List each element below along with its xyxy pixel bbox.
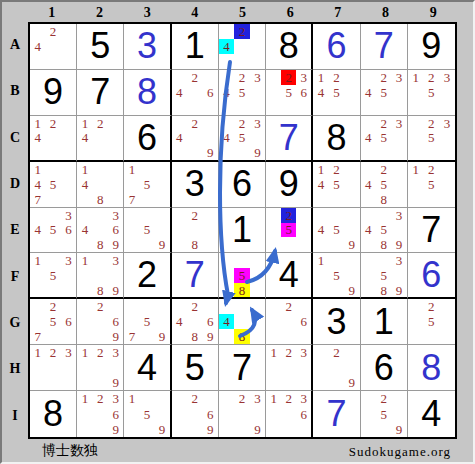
candidate-1: 1 [313,70,328,85]
candidate-2: 2 [424,116,440,131]
cell-G4[interactable]: 24689 [172,299,219,345]
pencil-marks: 235 [408,116,455,160]
pencil-marks: 123 [266,345,311,390]
cell-A3[interactable]: 3 [124,24,171,70]
candidate-2: 2 [187,70,202,85]
pencil-marks: 459 [313,208,359,253]
cell-A9[interactable]: 9 [408,24,455,70]
candidate-7: 7 [30,329,45,344]
cell-B4[interactable]: 246 [172,70,219,116]
given-digit: 6 [374,350,394,386]
pencil-marks: 34689 [77,208,123,253]
pencil-marks: 1245 [313,70,359,115]
cell-B6[interactable]: 2356 [266,70,313,116]
candidate-3: 3 [296,391,311,406]
candidate-4: 4 [361,177,376,192]
cell-E7[interactable]: 459 [313,208,360,254]
cell-D4[interactable]: 3 [172,162,219,208]
pencil-marks: 2356 [266,70,311,115]
candidate-2: 2 [281,391,296,406]
column-labels: 123456789 [28,3,457,23]
candidate-6: 6 [296,406,311,421]
pencil-marks: 24 [219,24,265,69]
candidate-7: 7 [30,192,45,207]
pencil-marks: 246 [172,70,218,115]
candidate-1: 1 [30,162,45,177]
pencil-marks: 1389 [77,253,123,297]
candidate-3: 3 [391,208,406,223]
candidate-1: 1 [77,345,92,360]
candidate-5: 5 [140,406,155,421]
candidate-4: 4 [361,223,376,238]
candidate-9: 9 [155,237,170,252]
cell-B5[interactable]: 2345 [219,70,266,116]
candidate-1: 1 [124,162,139,177]
cell-C4[interactable]: 249 [172,116,219,162]
candidate-6: 6 [61,314,76,329]
candidate-6: 6 [108,406,123,421]
given-digit: 7 [421,212,441,248]
candidate-2: 2 [45,345,60,360]
cell-G7[interactable]: 3 [313,299,360,345]
given-digit: 1 [185,28,205,64]
candidate-2: 2 [187,208,202,223]
cell-A5[interactable]: 24 [219,24,266,70]
cell-B7[interactable]: 1245 [313,70,360,116]
pencil-marks: 1239 [77,345,123,390]
candidate-5: 5 [376,268,391,283]
candidate-2-highlight-blue: 2 [281,208,296,223]
candidate-5: 5 [329,223,344,238]
candidate-8: 8 [376,237,391,252]
cell-C9[interactable]: 235 [408,116,455,162]
candidate-9: 9 [155,329,170,344]
candidate-3: 3 [108,253,123,268]
candidate-3: 3 [296,70,311,85]
candidate-2: 2 [329,70,344,85]
given-digit: 6 [232,166,252,202]
candidate-1: 1 [313,162,328,177]
cell-A2[interactable]: 5 [77,24,124,70]
column-label-8: 8 [362,3,410,23]
candidate-4: 4 [30,177,45,192]
cell-G8[interactable]: 1 [361,299,408,345]
pencil-marks: 3589 [361,253,407,297]
candidate-9: 9 [250,422,265,437]
candidate-4: 4 [219,130,234,145]
cell-F5[interactable]: 58 [219,253,266,299]
cell-G6[interactable]: 26 [266,299,313,345]
pencil-marks: 2345 [361,70,407,115]
candidate-4: 4 [172,85,187,100]
cell-C8[interactable]: 2345 [361,116,408,162]
candidate-1: 1 [266,391,281,406]
pencil-marks: 239 [219,391,265,437]
cell-G3[interactable]: 579 [124,299,171,345]
pencil-marks: 3456 [30,208,76,253]
cell-F3[interactable]: 2 [124,253,171,299]
cell-C5[interactable]: 23459 [219,116,266,162]
candidate-9: 9 [391,422,406,437]
candidate-9: 9 [344,237,359,252]
cell-E5[interactable]: 1 [219,208,266,254]
given-digit: 5 [185,350,205,386]
cell-A6[interactable]: 8 [266,24,313,70]
candidate-3: 3 [296,345,311,360]
pencil-marks: 135 [30,253,76,297]
candidate-2-highlight-red: 2 [281,70,296,85]
candidate-2: 2 [329,345,344,360]
solved-digit: 8 [137,74,157,110]
candidate-3: 3 [250,116,265,131]
candidate-9: 9 [108,237,123,252]
pencil-marks: 23459 [219,116,265,160]
column-label-1: 1 [28,3,76,23]
pencil-marks: 24 [30,24,76,69]
cell-B3[interactable]: 8 [124,70,171,116]
cell-H1[interactable]: 123 [30,345,77,391]
cell-B8[interactable]: 2345 [361,70,408,116]
candidate-4: 4 [313,223,328,238]
pencil-marks: 123 [30,345,76,390]
cell-F7[interactable]: 159 [313,253,360,299]
pencil-marks: 124 [77,116,123,160]
cell-D1[interactable]: 1457 [30,162,77,208]
candidate-2: 2 [376,116,391,131]
candidate-6: 6 [202,314,217,329]
candidate-9: 9 [202,145,217,160]
cell-I2[interactable]: 12369 [77,391,124,437]
candidate-5: 5 [281,85,296,100]
candidate-3: 3 [61,208,76,223]
pencil-marks: 24689 [172,299,218,344]
pencil-marks: 159 [124,391,169,437]
candidate-5: 5 [329,268,344,283]
cell-H2[interactable]: 1239 [77,345,124,391]
cell-C3[interactable]: 6 [124,116,171,162]
cell-C1[interactable]: 124 [30,116,77,162]
pencil-marks: 269 [77,299,123,344]
candidate-2: 2 [45,24,60,39]
candidate-2: 2 [281,299,296,314]
cell-I9[interactable]: 4 [408,391,455,437]
pencil-marks: 34589 [361,208,407,253]
given-digit: 4 [421,396,441,432]
candidate-3: 3 [391,253,406,268]
candidate-1: 1 [408,70,424,85]
candidate-8: 8 [187,329,202,344]
candidate-9: 9 [108,329,123,344]
given-digit: 5 [90,28,110,64]
row-label-E: E [2,207,28,253]
given-digit: 2 [137,257,157,293]
row-label-F: F [2,254,28,300]
candidate-4: 4 [30,130,45,145]
candidate-1: 1 [30,116,45,131]
candidate-8: 8 [187,237,202,252]
candidate-9: 9 [108,422,123,437]
column-label-3: 3 [123,3,171,23]
cell-F4[interactable]: 7 [172,253,219,299]
candidate-4: 4 [30,223,45,238]
cell-E1[interactable]: 3456 [30,208,77,254]
cell-F6[interactable]: 4 [266,253,313,299]
candidate-5: 5 [45,223,60,238]
cell-C7[interactable]: 8 [313,116,360,162]
given-digit: 1 [232,212,252,248]
candidate-2: 2 [234,116,249,131]
candidate-2: 2 [93,345,108,360]
candidate-1: 1 [77,253,92,268]
candidate-6: 6 [108,314,123,329]
candidate-5: 5 [376,85,391,100]
row-labels: ABCDEFGHI [2,22,28,439]
given-digit: 9 [279,166,299,202]
cell-I7[interactable]: 7 [313,391,360,437]
cell-G9[interactable]: 25 [408,299,455,345]
candidate-1: 1 [408,162,424,177]
pencil-marks: 2345 [219,70,265,115]
candidate-1: 1 [313,253,328,268]
candidate-6: 6 [296,85,311,100]
candidate-3: 3 [108,208,123,223]
cell-G5[interactable]: 48 [219,299,266,345]
solved-digit: 7 [185,257,205,293]
candidate-5: 5 [376,177,391,192]
cell-E9[interactable]: 7 [408,208,455,254]
candidate-2: 2 [424,162,440,177]
pencil-marks: 124 [30,116,76,160]
sudoku-board: 2453124867997824623452356124523451235124… [28,22,457,439]
candidate-9: 9 [108,283,123,298]
pencil-marks: 579 [124,299,169,344]
cell-I6[interactable]: 1236 [266,391,313,437]
cell-H7[interactable]: 29 [313,345,360,391]
given-digit: 8 [326,120,346,156]
candidate-6: 6 [61,223,76,238]
pencil-marks: 269 [172,391,218,437]
cell-E6[interactable]: 25 [266,208,313,254]
pencil-marks: 12369 [77,391,123,437]
cell-H9[interactable]: 8 [408,345,455,391]
candidate-2: 2 [376,391,391,406]
candidate-3: 3 [61,345,76,360]
cell-A4[interactable]: 1 [172,24,219,70]
pencil-marks: 125 [408,162,455,207]
pencil-marks: 58 [219,253,265,297]
cell-D7[interactable]: 1245 [313,162,360,208]
cell-D3[interactable]: 157 [124,162,171,208]
candidate-9: 9 [391,237,406,252]
cell-A1[interactable]: 24 [30,24,77,70]
candidate-8-highlight-yellow: 8 [234,283,249,298]
given-digit: 9 [43,74,63,110]
candidate-5: 5 [234,85,249,100]
candidate-5: 5 [376,406,391,421]
cell-D8[interactable]: 2458 [361,162,408,208]
candidate-3: 3 [250,391,265,406]
column-label-7: 7 [314,3,362,23]
cell-H5[interactable]: 7 [219,345,266,391]
cell-C2[interactable]: 124 [77,116,124,162]
candidate-2: 2 [234,70,249,85]
candidate-6: 6 [202,85,217,100]
candidate-1: 1 [77,162,92,177]
solved-digit: 6 [326,28,346,64]
pencil-marks: 48 [219,299,265,344]
cell-F2[interactable]: 1389 [77,253,124,299]
candidate-5: 5 [424,85,440,100]
candidate-8: 8 [93,192,108,207]
candidate-5: 5 [140,314,155,329]
cell-A8[interactable]: 7 [361,24,408,70]
candidate-3: 3 [391,116,406,131]
candidate-1: 1 [77,116,92,131]
candidate-3: 3 [391,70,406,85]
candidate-4: 4 [219,85,234,100]
given-digit: 8 [43,396,63,432]
candidate-2: 2 [187,116,202,131]
column-label-4: 4 [171,3,219,23]
pencil-marks: 148 [77,162,123,207]
pencil-marks: 1457 [30,162,76,207]
cell-H3[interactable]: 4 [124,345,171,391]
cell-D6[interactable]: 9 [266,162,313,208]
pencil-marks: 2567 [30,299,76,344]
candidate-3: 3 [250,70,265,85]
candidate-4: 4 [172,130,187,145]
cell-F1[interactable]: 135 [30,253,77,299]
pencil-marks: 249 [172,116,218,160]
cell-H8[interactable]: 6 [361,345,408,391]
candidate-4: 4 [30,39,45,54]
candidate-9: 9 [108,375,123,390]
candidate-9: 9 [391,283,406,298]
cell-G1[interactable]: 2567 [30,299,77,345]
candidate-4: 4 [361,85,376,100]
cell-H6[interactable]: 123 [266,345,313,391]
row-label-C: C [2,115,28,161]
candidate-2: 2 [376,70,391,85]
candidate-9: 9 [344,375,359,390]
cell-B1[interactable]: 9 [30,70,77,116]
pencil-marks: 25 [266,208,311,253]
pencil-marks: 157 [124,162,169,207]
candidate-4-highlight-cyan: 4 [219,39,234,54]
candidate-5: 5 [376,130,391,145]
cell-F8[interactable]: 3589 [361,253,408,299]
pencil-marks: 1236 [266,391,311,437]
candidate-7: 7 [124,329,139,344]
given-digit: 9 [421,28,441,64]
given-digit: 1 [374,304,394,340]
pencil-marks: 26 [266,299,311,344]
cell-C6[interactable]: 7 [266,116,313,162]
given-digit: 6 [137,120,157,156]
candidate-5: 5 [140,223,155,238]
cell-D9[interactable]: 125 [408,162,455,208]
candidate-4-highlight-cyan: 4 [219,314,234,329]
pencil-marks: 59 [124,208,169,253]
cell-D2[interactable]: 148 [77,162,124,208]
pencil-marks: 25 [408,299,455,344]
candidate-2: 2 [93,299,108,314]
candidate-8-highlight-yellow: 8 [234,329,249,344]
candidate-4: 4 [77,223,92,238]
candidate-1: 1 [30,253,45,268]
given-digit: 4 [279,257,299,293]
solved-digit: 7 [326,396,346,432]
candidate-5: 5 [376,223,391,238]
column-label-2: 2 [76,3,124,23]
candidate-8: 8 [93,283,108,298]
column-label-6: 6 [266,3,314,23]
cell-A7[interactable]: 6 [313,24,360,70]
candidate-9: 9 [155,422,170,437]
cell-I5[interactable]: 239 [219,391,266,437]
cell-G2[interactable]: 269 [77,299,124,345]
cell-F9[interactable]: 6 [408,253,455,299]
candidate-2: 2 [93,116,108,131]
candidate-2: 2 [187,299,202,314]
cell-E2[interactable]: 34689 [77,208,124,254]
candidate-1: 1 [266,345,281,360]
candidate-9: 9 [202,329,217,344]
cell-B2[interactable]: 7 [77,70,124,116]
cell-D5[interactable]: 6 [219,162,266,208]
pencil-marks: 29 [313,345,359,390]
candidate-5: 5 [424,177,440,192]
candidate-4: 4 [313,177,328,192]
candidate-2: 2 [424,70,440,85]
given-digit: 7 [90,74,110,110]
solved-digit: 3 [137,28,157,64]
cell-E4[interactable]: 28 [172,208,219,254]
cell-B9[interactable]: 1235 [408,70,455,116]
candidate-1: 1 [30,345,45,360]
candidate-9: 9 [250,145,265,160]
solved-digit: 8 [421,350,441,386]
candidate-9: 9 [344,283,359,298]
given-digit: 4 [137,350,157,386]
cell-I1[interactable]: 8 [30,391,77,437]
candidate-7: 7 [124,192,139,207]
row-label-B: B [2,68,28,114]
cell-I4[interactable]: 269 [172,391,219,437]
pencil-marks: 1235 [408,70,455,115]
candidate-8: 8 [376,192,391,207]
candidate-5: 5 [140,177,155,192]
cell-I3[interactable]: 159 [124,391,171,437]
candidate-2: 2 [234,391,249,406]
cell-I8[interactable]: 259 [361,391,408,437]
candidate-3: 3 [108,345,123,360]
cell-E8[interactable]: 34589 [361,208,408,254]
given-digit: 3 [326,304,346,340]
candidate-2: 2 [45,116,60,131]
candidate-5: 5 [45,268,60,283]
candidate-5: 5 [329,85,344,100]
cell-E3[interactable]: 59 [124,208,171,254]
cell-H4[interactable]: 5 [172,345,219,391]
candidate-5-highlight-magenta: 5 [281,223,296,238]
pencil-marks: 259 [361,391,407,437]
given-digit: 3 [185,166,205,202]
candidate-6: 6 [202,406,217,421]
given-digit: 8 [279,28,299,64]
column-label-9: 9 [409,3,457,23]
candidate-5: 5 [45,314,60,329]
